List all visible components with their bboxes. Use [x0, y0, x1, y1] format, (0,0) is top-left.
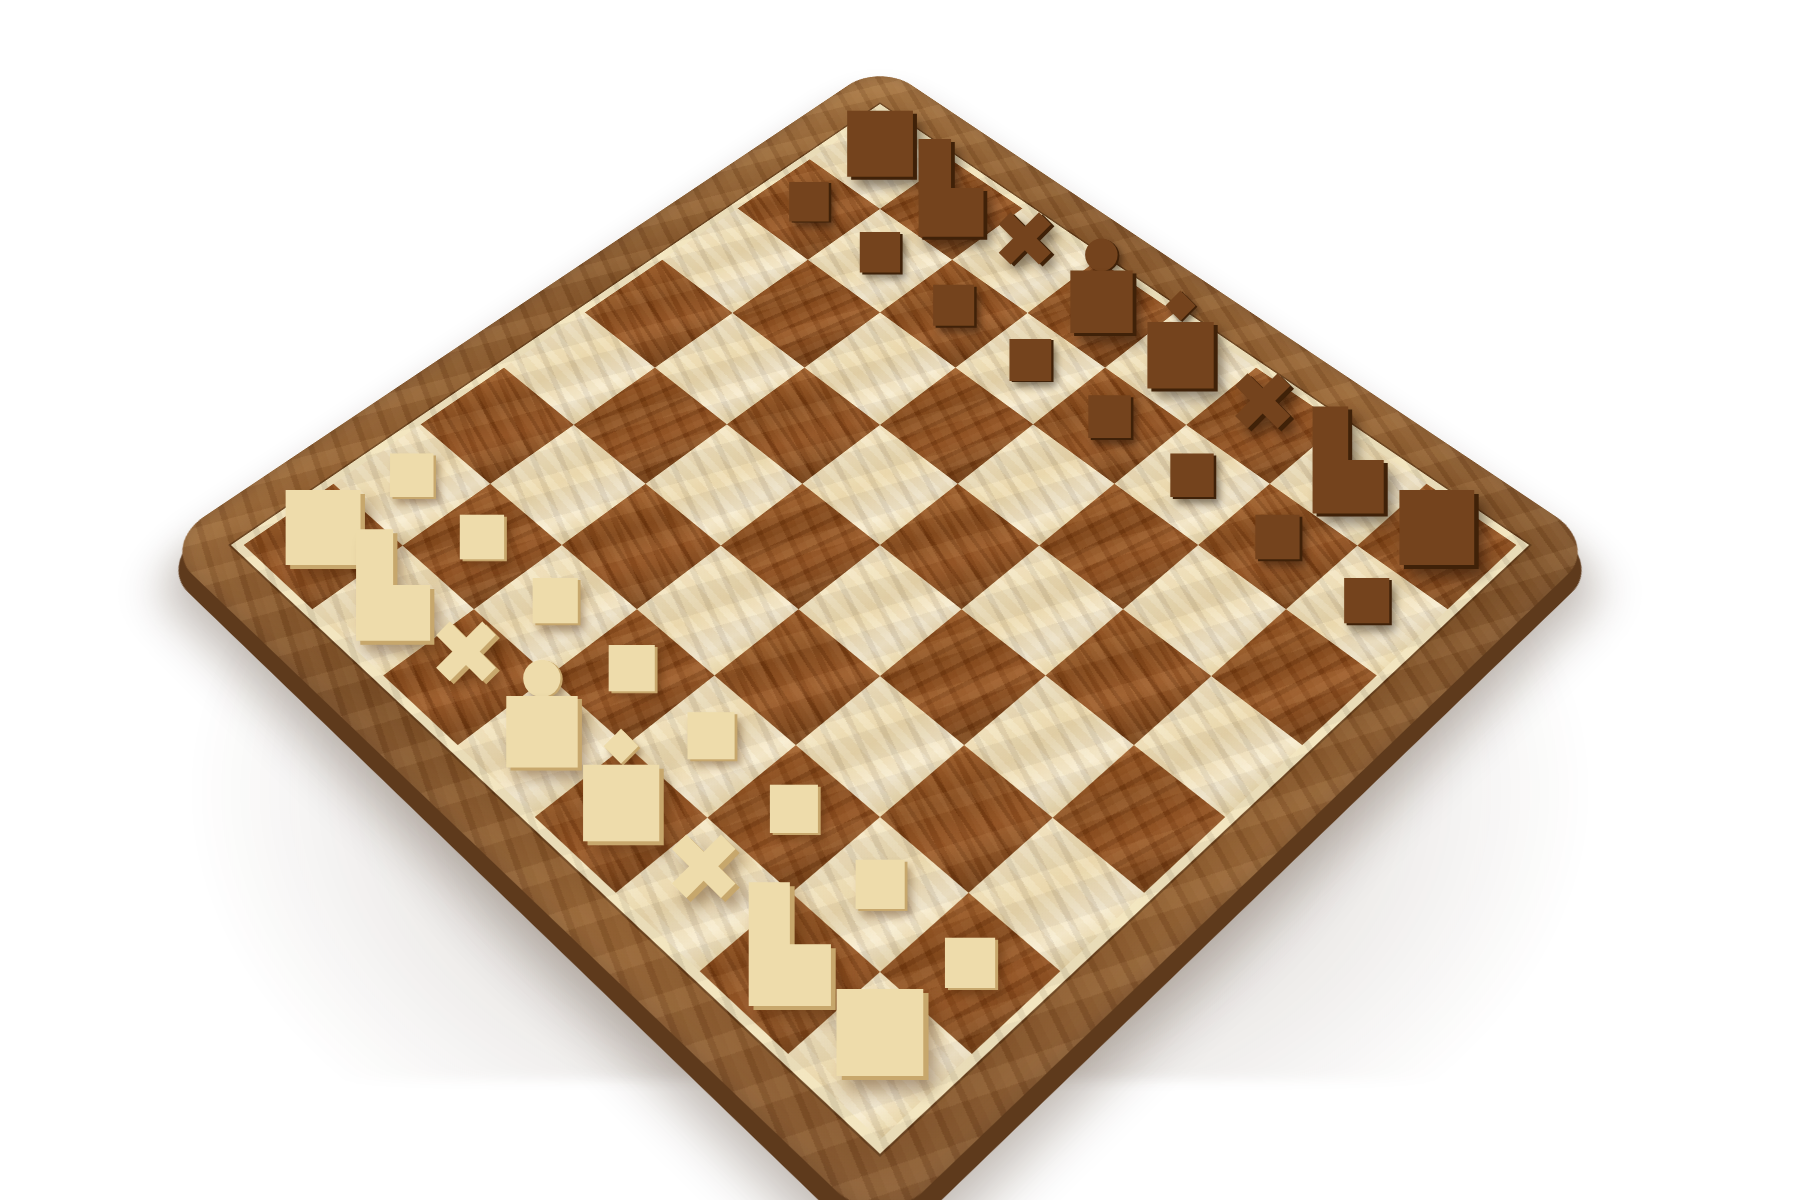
chess-board [162, 64, 1599, 1200]
photo-scene: ■▙✖●■◆■✖▙■■■■■■■■■■■■■■■■■■▙✖●■◆■✖▙■ [0, 0, 1800, 1200]
board-grid [244, 111, 1517, 1139]
board-3d-stage [372, 37, 1388, 1053]
